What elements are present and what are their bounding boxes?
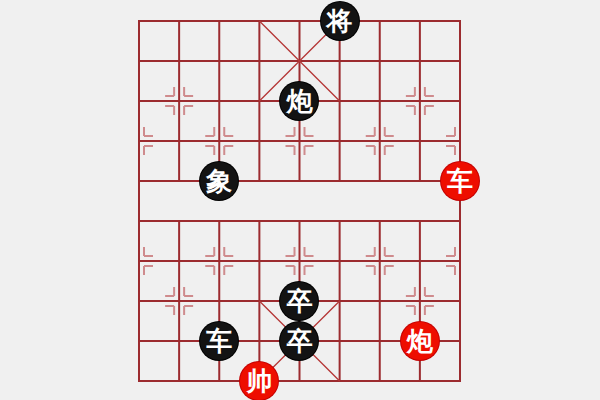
board-point-4-2: 炮 [279,81,319,121]
board-point-7-2 [400,81,440,121]
board-point-3-2 [239,81,279,121]
board-point-3-8 [239,321,279,361]
board-point-6-7 [360,281,400,321]
piece-black-soldier-1[interactable]: 卒 [280,282,318,320]
board-point-8-4: 车 [440,161,480,201]
board-point-5-9 [320,361,360,400]
board-point-2-5 [199,201,239,241]
board-point-3-5 [239,201,279,241]
board-point-7-8: 炮 [400,321,440,361]
board-point-4-9 [279,361,319,400]
board-point-6-9 [360,361,400,400]
board-point-2-9 [199,361,239,400]
board-point-8-9 [440,361,480,400]
board-point-7-5 [400,201,440,241]
board-point-6-5 [360,201,400,241]
board-point-0-1 [119,41,159,81]
board-point-1-2 [159,81,199,121]
board-point-2-6 [199,241,239,281]
board-point-4-7: 卒 [279,281,319,321]
board-point-6-1 [360,41,400,81]
piece-red-general[interactable]: 帅 [240,362,278,400]
board-point-8-2 [440,81,480,121]
board-point-2-4: 象 [199,161,239,201]
board-point-2-2 [199,81,239,121]
board-point-4-5 [279,201,319,241]
piece-black-general[interactable]: 将 [321,2,359,40]
board-point-6-4 [360,161,400,201]
board-point-1-1 [159,41,199,81]
board-point-2-7 [199,281,239,321]
board-point-7-7 [400,281,440,321]
board-point-2-8: 车 [199,321,239,361]
board-point-3-4 [239,161,279,201]
board-point-2-1 [199,41,239,81]
board-point-8-7 [440,281,480,321]
board-point-1-9 [159,361,199,400]
board-point-1-0 [159,1,199,41]
piece-red-cannon[interactable]: 炮 [401,322,439,360]
piece-black-chariot[interactable]: 车 [200,322,238,360]
board-point-5-1 [320,41,360,81]
piece-black-soldier-2[interactable]: 卒 [280,322,318,360]
board-point-3-0 [239,1,279,41]
board-point-4-8: 卒 [279,321,319,361]
piece-black-cannon[interactable]: 炮 [280,82,318,120]
board-point-8-6 [440,241,480,281]
board-point-5-7 [320,281,360,321]
board-point-7-3 [400,121,440,161]
xiangqi-app: 将炮象车卒车卒炮帅 [0,0,600,400]
board-point-8-0 [440,1,480,41]
board-point-0-7 [119,281,159,321]
board-point-0-4 [119,161,159,201]
piece-black-elephant[interactable]: 象 [200,162,238,200]
board-point-0-9 [119,361,159,400]
board-point-4-4 [279,161,319,201]
board-point-3-6 [239,241,279,281]
board-point-1-5 [159,201,199,241]
board-point-5-8 [320,321,360,361]
board-point-5-4 [320,161,360,201]
board-point-3-7 [239,281,279,321]
board-point-2-0 [199,1,239,41]
board-point-3-1 [239,41,279,81]
xiangqi-board: 将炮象车卒车卒炮帅 [119,1,480,400]
board-point-5-6 [320,241,360,281]
board-point-8-3 [440,121,480,161]
board-point-5-3 [320,121,360,161]
piece-red-chariot[interactable]: 车 [441,162,479,200]
board-point-4-6 [279,241,319,281]
board-point-1-8 [159,321,199,361]
board-point-7-9 [400,361,440,400]
board-point-3-9: 帅 [239,361,279,400]
board-point-2-3 [199,121,239,161]
board-point-4-0 [279,1,319,41]
board-point-0-6 [119,241,159,281]
board-point-1-3 [159,121,199,161]
board-point-7-1 [400,41,440,81]
board-point-1-7 [159,281,199,321]
board-point-0-5 [119,201,159,241]
board-point-0-2 [119,81,159,121]
board-point-1-4 [159,161,199,201]
board-point-1-6 [159,241,199,281]
board-point-7-0 [400,1,440,41]
board-point-7-6 [400,241,440,281]
board-point-0-8 [119,321,159,361]
board-point-3-3 [239,121,279,161]
board-point-6-8 [360,321,400,361]
board-point-8-5 [440,201,480,241]
board-point-4-1 [279,41,319,81]
board-point-8-8 [440,321,480,361]
board-point-0-3 [119,121,159,161]
board-point-7-4 [400,161,440,201]
board-point-6-6 [360,241,400,281]
board-point-4-3 [279,121,319,161]
board-point-6-3 [360,121,400,161]
board-point-8-1 [440,41,480,81]
board-point-5-5 [320,201,360,241]
board-point-5-0: 将 [320,1,360,41]
board-point-0-0 [119,1,159,41]
board-point-6-0 [360,1,400,41]
board-point-5-2 [320,81,360,121]
board-point-6-2 [360,81,400,121]
